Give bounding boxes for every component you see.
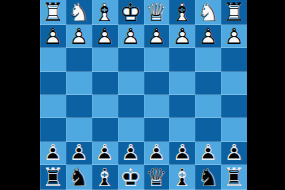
piece-glyph-outline: ♙: [172, 26, 192, 48]
white-pawn[interactable]: ♟♙: [95, 26, 115, 48]
piece-glyph-outline: ♘: [68, 165, 90, 190]
white-bishop[interactable]: ♝♗: [171, 0, 193, 25]
square-c4[interactable]: [169, 72, 195, 95]
white-rook[interactable]: ♜♖: [42, 0, 64, 25]
piece-glyph-outline: ♗: [93, 0, 115, 25]
square-f7[interactable]: ♟♙: [92, 142, 118, 165]
square-h2[interactable]: ♟♙: [40, 25, 66, 48]
black-pawn[interactable]: ♟♙: [172, 142, 192, 164]
piece-glyph-outline: ♗: [171, 0, 193, 25]
piece-glyph-outline: ♗: [93, 165, 115, 190]
piece-glyph-outline: ♖: [223, 0, 245, 25]
square-e6[interactable]: [118, 118, 144, 141]
square-h4[interactable]: [40, 72, 66, 95]
square-a1[interactable]: ♜♖: [221, 0, 247, 25]
square-c6[interactable]: [169, 118, 195, 141]
piece-glyph-outline: ♔: [119, 165, 141, 190]
square-b6[interactable]: [195, 118, 221, 141]
piece-glyph-outline: ♙: [69, 142, 89, 164]
white-bishop[interactable]: ♝♗: [93, 0, 115, 25]
square-c1[interactable]: ♝♗: [169, 0, 195, 25]
chess-board: ♜♖♞♘♝♗♚♔♛♕♝♗♞♘♜♖♟♙♟♙♟♙♟♙♟♙♟♙♟♙♟♙♟♙♟♙♟♙♟♙…: [40, 0, 247, 190]
square-d6[interactable]: [144, 118, 170, 141]
black-pawn[interactable]: ♟♙: [95, 142, 115, 164]
square-f3[interactable]: [92, 48, 118, 71]
piece-glyph-outline: ♖: [42, 0, 64, 25]
white-knight[interactable]: ♞♘: [197, 0, 219, 25]
square-b5[interactable]: [195, 95, 221, 118]
square-c3[interactable]: [169, 48, 195, 71]
square-a2[interactable]: ♟♙: [221, 25, 247, 48]
white-rook[interactable]: ♜♖: [223, 0, 245, 25]
piece-glyph-outline: ♘: [197, 0, 219, 25]
square-c7[interactable]: ♟♙: [169, 142, 195, 165]
white-king[interactable]: ♚♔: [119, 0, 141, 25]
square-f8[interactable]: ♝♗: [92, 165, 118, 190]
square-e7[interactable]: ♟♙: [118, 142, 144, 165]
square-g1[interactable]: ♞♘: [66, 0, 92, 25]
piece-glyph-outline: ♙: [95, 142, 115, 164]
square-e2[interactable]: ♟♙: [118, 25, 144, 48]
square-e1[interactable]: ♚♔: [118, 0, 144, 25]
square-e4[interactable]: [118, 72, 144, 95]
piece-glyph-outline: ♙: [43, 142, 63, 164]
piece-glyph-outline: ♙: [198, 26, 218, 48]
black-pawn[interactable]: ♟♙: [121, 142, 141, 164]
piece-glyph-outline: ♙: [198, 142, 218, 164]
black-bishop[interactable]: ♝♗: [93, 165, 115, 190]
square-d1[interactable]: ♛♕: [144, 0, 170, 25]
white-queen[interactable]: ♛♕: [145, 0, 167, 25]
piece-glyph-outline: ♙: [95, 26, 115, 48]
white-pawn[interactable]: ♟♙: [172, 26, 192, 48]
piece-glyph-outline: ♘: [197, 165, 219, 190]
white-pawn[interactable]: ♟♙: [43, 26, 63, 48]
piece-glyph-outline: ♙: [147, 142, 167, 164]
white-knight[interactable]: ♞♘: [68, 0, 90, 25]
white-pawn[interactable]: ♟♙: [69, 26, 89, 48]
square-a7[interactable]: ♟♙: [221, 142, 247, 165]
black-queen[interactable]: ♛♕: [145, 165, 167, 190]
square-b2[interactable]: ♟♙: [195, 25, 221, 48]
black-pawn[interactable]: ♟♙: [224, 142, 244, 164]
square-g3[interactable]: [66, 48, 92, 71]
square-e5[interactable]: [118, 95, 144, 118]
piece-glyph-outline: ♙: [224, 142, 244, 164]
square-g7[interactable]: ♟♙: [66, 142, 92, 165]
square-d2[interactable]: ♟♙: [144, 25, 170, 48]
black-rook[interactable]: ♜♖: [42, 165, 64, 190]
piece-glyph-outline: ♙: [147, 26, 167, 48]
square-d4[interactable]: [144, 72, 170, 95]
black-pawn[interactable]: ♟♙: [198, 142, 218, 164]
piece-glyph-outline: ♖: [42, 165, 64, 190]
square-g4[interactable]: [66, 72, 92, 95]
square-c2[interactable]: ♟♙: [169, 25, 195, 48]
square-g2[interactable]: ♟♙: [66, 25, 92, 48]
black-king[interactable]: ♚♔: [119, 165, 141, 190]
square-h5[interactable]: [40, 95, 66, 118]
square-h1[interactable]: ♜♖: [40, 0, 66, 25]
square-d5[interactable]: [144, 95, 170, 118]
piece-glyph-outline: ♗: [171, 165, 193, 190]
piece-glyph-outline: ♙: [172, 142, 192, 164]
black-knight[interactable]: ♞♘: [197, 165, 219, 190]
square-g8[interactable]: ♞♘: [66, 165, 92, 190]
screen: { "game": "chess", "position": "rnbqkbnr…: [0, 0, 285, 190]
square-h8[interactable]: ♜♖: [40, 165, 66, 190]
square-f1[interactable]: ♝♗: [92, 0, 118, 25]
square-a6[interactable]: [221, 118, 247, 141]
square-h7[interactable]: ♟♙: [40, 142, 66, 165]
square-e3[interactable]: [118, 48, 144, 71]
square-a8[interactable]: ♜♖: [221, 165, 247, 190]
piece-glyph-outline: ♖: [223, 165, 245, 190]
square-b1[interactable]: ♞♘: [195, 0, 221, 25]
square-c5[interactable]: [169, 95, 195, 118]
black-pawn[interactable]: ♟♙: [43, 142, 63, 164]
square-f6[interactable]: [92, 118, 118, 141]
piece-glyph-outline: ♙: [224, 26, 244, 48]
black-knight[interactable]: ♞♘: [68, 165, 90, 190]
piece-glyph-outline: ♘: [68, 0, 90, 25]
square-d3[interactable]: [144, 48, 170, 71]
square-a3[interactable]: [221, 48, 247, 71]
piece-glyph-outline: ♙: [43, 26, 63, 48]
square-b8[interactable]: ♞♘: [195, 165, 221, 190]
square-f5[interactable]: [92, 95, 118, 118]
square-h3[interactable]: [40, 48, 66, 71]
square-e8[interactable]: ♚♔: [118, 165, 144, 190]
square-h6[interactable]: [40, 118, 66, 141]
square-d8[interactable]: ♛♕: [144, 165, 170, 190]
square-a4[interactable]: [221, 72, 247, 95]
piece-glyph-outline: ♕: [145, 0, 167, 25]
square-b4[interactable]: [195, 72, 221, 95]
square-c8[interactable]: ♝♗: [169, 165, 195, 190]
white-pawn[interactable]: ♟♙: [224, 26, 244, 48]
square-a5[interactable]: [221, 95, 247, 118]
piece-glyph-outline: ♔: [119, 0, 141, 25]
square-g5[interactable]: [66, 95, 92, 118]
square-f4[interactable]: [92, 72, 118, 95]
square-b3[interactable]: [195, 48, 221, 71]
piece-glyph-outline: ♙: [69, 26, 89, 48]
piece-glyph-outline: ♙: [121, 26, 141, 48]
black-pawn[interactable]: ♟♙: [147, 142, 167, 164]
square-b7[interactable]: ♟♙: [195, 142, 221, 165]
white-pawn[interactable]: ♟♙: [198, 26, 218, 48]
black-bishop[interactable]: ♝♗: [171, 165, 193, 190]
square-f2[interactable]: ♟♙: [92, 25, 118, 48]
white-pawn[interactable]: ♟♙: [147, 26, 167, 48]
square-d7[interactable]: ♟♙: [144, 142, 170, 165]
piece-glyph-outline: ♙: [121, 142, 141, 164]
black-pawn[interactable]: ♟♙: [69, 142, 89, 164]
piece-glyph-outline: ♕: [145, 165, 167, 190]
white-pawn[interactable]: ♟♙: [121, 26, 141, 48]
black-rook[interactable]: ♜♖: [223, 165, 245, 190]
square-g6[interactable]: [66, 118, 92, 141]
